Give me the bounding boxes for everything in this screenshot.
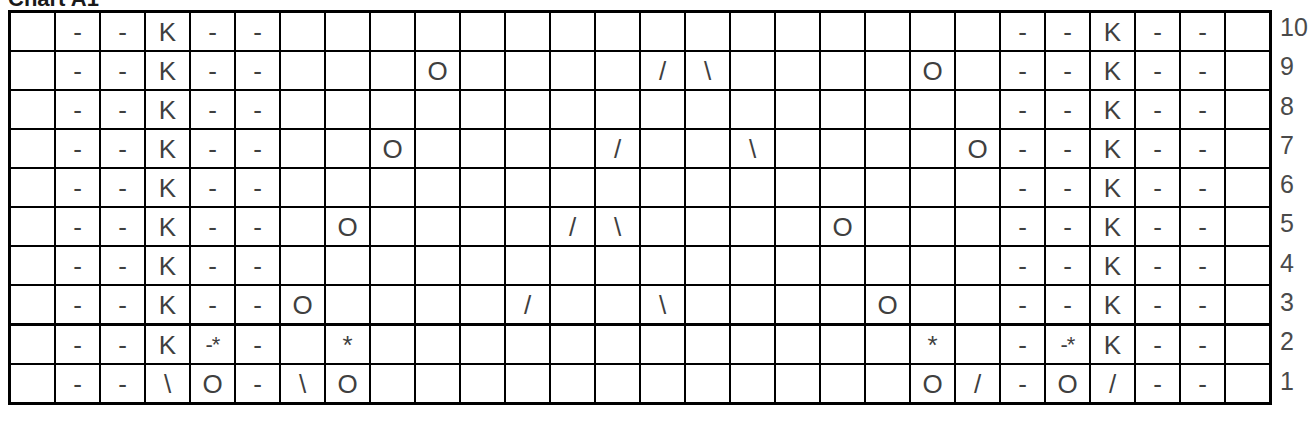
stitch-symbol-knit: K — [1104, 214, 1121, 240]
stitch-symbol-purl: - — [73, 97, 82, 123]
grid-cell — [911, 13, 954, 50]
row-number-label: 4 — [1280, 249, 1308, 288]
grid-cell — [371, 208, 414, 245]
grid-cell: - — [1181, 91, 1224, 128]
grid-cell: O — [1046, 365, 1089, 402]
grid-cell — [866, 208, 909, 245]
grid-cell: - — [1001, 247, 1044, 284]
stitch-symbol-right-decrease: / — [1109, 371, 1116, 397]
stitch-symbol-purl: - — [1018, 292, 1027, 318]
grid-cell — [731, 169, 774, 206]
stitch-symbol-purl: - — [253, 58, 262, 84]
grid-cell — [596, 13, 639, 50]
grid-cell — [911, 91, 954, 128]
grid-cell — [506, 130, 549, 167]
grid-cell — [551, 365, 594, 402]
stitch-symbol-purl: - — [253, 175, 262, 201]
grid-cell: - — [1001, 13, 1044, 50]
stitch-symbol-purl: - — [1198, 214, 1207, 240]
grid-cell — [11, 52, 54, 89]
stitch-symbol-purl: - — [1198, 136, 1207, 162]
grid-cell — [866, 169, 909, 206]
grid-cell: - — [1181, 326, 1224, 363]
stitch-symbol-purl: - — [1198, 292, 1207, 318]
stitch-symbol-purl: - — [118, 371, 127, 397]
grid-cell — [866, 52, 909, 89]
grid-cell — [416, 130, 459, 167]
grid-cell: - — [236, 169, 279, 206]
grid-cell — [1226, 326, 1269, 363]
row-number-label: 1 — [1280, 367, 1308, 406]
grid-cell: - — [56, 286, 99, 323]
grid-cell — [506, 208, 549, 245]
grid-cell — [641, 169, 684, 206]
stitch-symbol-purl: - — [208, 175, 217, 201]
stitch-symbol-yarn-over: O — [1057, 371, 1077, 397]
grid-cell — [506, 247, 549, 284]
grid-cell — [641, 326, 684, 363]
grid-cell: - — [1046, 169, 1089, 206]
grid-cell: - — [101, 130, 144, 167]
stitch-symbol-right-decrease: / — [524, 292, 531, 318]
stitch-symbol-left-decrease: \ — [749, 136, 756, 162]
stitch-symbol-yarn-over: O — [337, 214, 357, 240]
grid-cell — [326, 91, 369, 128]
grid-cell: - — [236, 286, 279, 323]
grid-cell — [371, 13, 414, 50]
grid-cell — [956, 286, 999, 323]
grid-cell: - — [191, 169, 234, 206]
stitch-symbol-purl: - — [118, 19, 127, 45]
grid-cell: - — [1001, 130, 1044, 167]
grid-cell: - — [1181, 52, 1224, 89]
grid-cell: - — [1181, 130, 1224, 167]
grid-cell: K — [1091, 247, 1134, 284]
grid-cell — [281, 130, 324, 167]
grid-cell: - — [236, 13, 279, 50]
grid-cell: \ — [596, 208, 639, 245]
grid-cell: - — [1181, 208, 1224, 245]
stitch-symbol-purl: - — [253, 19, 262, 45]
grid-cell: - — [191, 13, 234, 50]
stitch-symbol-purl: - — [253, 136, 262, 162]
stitch-symbol-purl: - — [1018, 97, 1027, 123]
grid-cell — [11, 169, 54, 206]
grid-cell — [506, 52, 549, 89]
grid-cell: - — [1046, 52, 1089, 89]
grid-cell: * — [326, 326, 369, 363]
row-number-label: 9 — [1280, 52, 1308, 91]
grid-cell: - — [101, 365, 144, 402]
grid-cell — [281, 208, 324, 245]
row-number-label: 10 — [1280, 13, 1308, 52]
grid-cell — [866, 91, 909, 128]
stitch-symbol-purl: - — [1198, 253, 1207, 279]
stitch-symbol-purl: - — [1198, 58, 1207, 84]
grid-cell — [686, 13, 729, 50]
grid-cell — [551, 286, 594, 323]
row-number-label: 3 — [1280, 288, 1308, 327]
grid-cell — [956, 91, 999, 128]
grid-cell: - — [1001, 52, 1044, 89]
grid-cell — [326, 286, 369, 323]
row-number-label: 5 — [1280, 209, 1308, 248]
stitch-symbol-purl: - — [1063, 175, 1072, 201]
stitch-symbol-right-decrease: / — [659, 58, 666, 84]
grid-cell: - — [101, 208, 144, 245]
stitch-symbol-yarn-over: O — [202, 371, 222, 397]
grid-cell — [956, 13, 999, 50]
grid-cell — [911, 247, 954, 284]
stitch-symbol-purl: - — [253, 253, 262, 279]
grid-cell: * — [911, 326, 954, 363]
grid-cell: K — [1091, 52, 1134, 89]
grid-cell: K — [146, 286, 189, 323]
grid-cell — [731, 326, 774, 363]
grid-cell — [821, 91, 864, 128]
grid-cell — [11, 91, 54, 128]
stitch-symbol-purl: - — [118, 175, 127, 201]
stitch-symbol-purl: - — [1018, 175, 1027, 201]
grid-cell: K — [1091, 286, 1134, 323]
grid-cell — [776, 52, 819, 89]
grid-cell — [866, 326, 909, 363]
grid-cell: - — [236, 208, 279, 245]
stitch-symbol-knit: K — [1104, 292, 1121, 318]
stitch-symbol-purl: - — [118, 332, 127, 358]
grid-cell — [911, 208, 954, 245]
stitch-symbol-purl: - — [1063, 136, 1072, 162]
grid-cell: - — [1046, 13, 1089, 50]
stitch-symbol-knit: K — [159, 332, 176, 358]
grid-cell: - — [1136, 130, 1179, 167]
grid-cell: O — [281, 286, 324, 323]
grid-cell — [326, 52, 369, 89]
grid-cell — [821, 169, 864, 206]
stitch-symbol-right-decrease: / — [569, 214, 576, 240]
row-number-label: 8 — [1280, 92, 1308, 131]
grid-cell — [596, 365, 639, 402]
grid-cell: - — [56, 13, 99, 50]
grid-cell: \ — [686, 52, 729, 89]
stitch-symbol-purl: - — [208, 19, 217, 45]
grid-cell — [956, 208, 999, 245]
stitch-symbol-purl: - — [1018, 214, 1027, 240]
grid-cell — [821, 286, 864, 323]
stitch-symbol-purl: - — [73, 253, 82, 279]
grid-cell — [461, 247, 504, 284]
grid-cell — [416, 91, 459, 128]
stitch-symbol-purl: - — [1153, 136, 1162, 162]
grid-cell — [371, 247, 414, 284]
grid-cell: / — [506, 286, 549, 323]
stitch-symbol-left-decrease: \ — [299, 371, 306, 397]
grid-cell: - — [101, 326, 144, 363]
grid-cell — [1226, 13, 1269, 50]
stitch-symbol-purl: - — [1153, 214, 1162, 240]
stitch-symbol-knit: K — [159, 58, 176, 84]
grid-cell — [776, 247, 819, 284]
stitch-symbol-purl: - — [1198, 371, 1207, 397]
grid-cell: - — [1046, 286, 1089, 323]
grid-cell: - — [56, 365, 99, 402]
stitch-symbol-purl: - — [208, 214, 217, 240]
grid-cell — [731, 208, 774, 245]
grid-cell: - — [1181, 13, 1224, 50]
grid-cell — [416, 247, 459, 284]
grid-cell — [911, 169, 954, 206]
stitch-symbol-purl: - — [1198, 19, 1207, 45]
grid-cell: O — [956, 130, 999, 167]
grid-cell — [866, 13, 909, 50]
stitch-symbol-purl: - — [1198, 175, 1207, 201]
grid-cell: - — [191, 91, 234, 128]
grid-cell — [956, 52, 999, 89]
grid-cell: - — [1136, 169, 1179, 206]
grid-cell — [326, 247, 369, 284]
stitch-symbol-purl: - — [208, 253, 217, 279]
grid-cell — [956, 247, 999, 284]
grid-cell: - — [56, 91, 99, 128]
grid-cell — [731, 52, 774, 89]
grid-cell: O — [866, 286, 909, 323]
grid-cell — [1226, 169, 1269, 206]
grid-cell — [506, 91, 549, 128]
grid-cell — [371, 91, 414, 128]
grid-cell: \ — [641, 286, 684, 323]
grid-cell — [416, 208, 459, 245]
grid-cell — [686, 91, 729, 128]
grid-cell — [371, 52, 414, 89]
stitch-symbol-purl: - — [253, 97, 262, 123]
grid-cell — [11, 247, 54, 284]
grid-cell — [596, 169, 639, 206]
grid-cell — [731, 91, 774, 128]
grid-cell: / — [1091, 365, 1134, 402]
grid-cell: - — [236, 365, 279, 402]
grid-cell: K — [1091, 13, 1134, 50]
grid-cell — [731, 247, 774, 284]
grid-cell — [686, 247, 729, 284]
grid-cell: - — [236, 326, 279, 363]
grid-cell: -* — [1046, 326, 1089, 363]
grid-cell: - — [236, 247, 279, 284]
stitch-symbol-purl: - — [118, 214, 127, 240]
grid-cell — [911, 130, 954, 167]
grid-cell: K — [146, 130, 189, 167]
grid-cell — [11, 13, 54, 50]
stitch-symbol-yarn-over: O — [922, 371, 942, 397]
grid-cell — [506, 326, 549, 363]
grid-cell — [11, 365, 54, 402]
grid-cell — [11, 208, 54, 245]
grid-cell: K — [146, 169, 189, 206]
grid-cell — [371, 365, 414, 402]
grid-cell: - — [101, 169, 144, 206]
grid-cell — [461, 169, 504, 206]
grid-cell — [461, 52, 504, 89]
grid-cell: O — [911, 365, 954, 402]
grid-cell — [1226, 208, 1269, 245]
stitch-symbol-left-decrease: \ — [164, 371, 171, 397]
grid-cell — [641, 13, 684, 50]
grid-cell: - — [101, 247, 144, 284]
stitch-symbol-purl: - — [253, 371, 262, 397]
grid-cell — [776, 208, 819, 245]
grid-cell — [281, 247, 324, 284]
grid-cell: - — [56, 169, 99, 206]
stitch-symbol-yarn-over: O — [427, 58, 447, 84]
grid-cell — [1226, 91, 1269, 128]
grid-cell: - — [1001, 365, 1044, 402]
grid-cell — [461, 208, 504, 245]
stitch-symbol-purl: - — [1198, 97, 1207, 123]
stitch-symbol-knit: K — [159, 214, 176, 240]
grid-cell: K — [1091, 91, 1134, 128]
grid-cell — [371, 286, 414, 323]
stitch-symbol-purl: - — [253, 214, 262, 240]
stitch-symbol-purl: - — [1153, 97, 1162, 123]
grid-cell — [821, 247, 864, 284]
grid-cell: - — [1046, 247, 1089, 284]
stitch-symbol-purl: - — [1018, 253, 1027, 279]
grid-cell — [731, 365, 774, 402]
stitch-symbol-purl: - — [118, 136, 127, 162]
grid-cell — [1226, 52, 1269, 89]
grid-cell: - — [236, 130, 279, 167]
stitch-symbol-purl: - — [73, 58, 82, 84]
grid-cell — [371, 169, 414, 206]
grid-cell — [371, 326, 414, 363]
grid-cell — [596, 326, 639, 363]
stitch-symbol-purl: - — [1063, 292, 1072, 318]
grid-cell — [776, 365, 819, 402]
stitch-symbol-purl: - — [118, 58, 127, 84]
stitch-symbol-left-decrease: \ — [614, 214, 621, 240]
grid-cell: K — [146, 52, 189, 89]
grid-cell — [461, 91, 504, 128]
grid-cell: - — [1136, 13, 1179, 50]
grid-cell: - — [1136, 365, 1179, 402]
stitch-symbol-purl: - — [1153, 58, 1162, 84]
grid-cell: - — [1046, 208, 1089, 245]
stitch-symbol-right-decrease: / — [614, 136, 621, 162]
stitch-symbol-purl: - — [1153, 371, 1162, 397]
grid-cell — [11, 326, 54, 363]
grid-cell: - — [191, 286, 234, 323]
grid-cell: K — [1091, 130, 1134, 167]
grid-cell — [1226, 286, 1269, 323]
grid-cell — [506, 169, 549, 206]
stitch-symbol-purl: - — [1018, 332, 1027, 358]
grid-cell — [281, 169, 324, 206]
grid-cell — [551, 13, 594, 50]
grid-cell — [1226, 130, 1269, 167]
grid-cell: - — [1136, 247, 1179, 284]
stitch-symbol-knit: K — [159, 97, 176, 123]
stitch-symbol-purl: - — [208, 58, 217, 84]
grid-cell — [776, 326, 819, 363]
grid-cell — [776, 91, 819, 128]
stitch-symbol-yarn-over: O — [967, 136, 987, 162]
grid-cell — [551, 52, 594, 89]
stitch-symbol-purl: - — [73, 19, 82, 45]
stitch-symbol-purl: - — [1018, 136, 1027, 162]
grid-cell: / — [641, 52, 684, 89]
stitch-symbol-purl: - — [208, 292, 217, 318]
grid-cell — [1226, 365, 1269, 402]
grid-cell: - — [1181, 247, 1224, 284]
stitch-symbol-purl: - — [1063, 214, 1072, 240]
grid-cell: -* — [191, 326, 234, 363]
grid-cell — [686, 208, 729, 245]
grid-cell: - — [1046, 130, 1089, 167]
grid-cell — [416, 13, 459, 50]
grid-cell: \ — [281, 365, 324, 402]
row-number-labels: 10987654321 — [1280, 13, 1308, 406]
stitch-symbol-knit: K — [159, 175, 176, 201]
grid-cell: K — [146, 326, 189, 363]
stitch-symbol-left-decrease: \ — [659, 292, 666, 318]
grid-cell: - — [236, 52, 279, 89]
stitch-symbol-yarn-over: O — [382, 136, 402, 162]
stitch-symbol-knit: K — [1104, 58, 1121, 84]
grid-cell: - — [1001, 169, 1044, 206]
stitch-symbol-knit: K — [159, 292, 176, 318]
grid-cell — [281, 52, 324, 89]
grid-cell: - — [191, 52, 234, 89]
grid-cell: \ — [731, 130, 774, 167]
grid-cell — [11, 286, 54, 323]
stitch-symbol-knit: K — [159, 253, 176, 279]
grid-cell: - — [1001, 208, 1044, 245]
stitch-symbol-right-decrease: / — [974, 371, 981, 397]
grid-cell: - — [1001, 286, 1044, 323]
stitch-symbol-purl: - — [1198, 332, 1207, 358]
grid-cell — [866, 247, 909, 284]
grid-cell — [641, 130, 684, 167]
stitch-symbol-yarn-over: O — [292, 292, 312, 318]
grid-cell: K — [146, 208, 189, 245]
grid-cell — [821, 130, 864, 167]
grid-cell: - — [56, 52, 99, 89]
stitch-symbol-knit: K — [1104, 136, 1121, 162]
stitch-symbol-knit: K — [1104, 253, 1121, 279]
stitch-symbol-knit: K — [1104, 19, 1121, 45]
stitch-symbol-purl: - — [1063, 58, 1072, 84]
grid-cell — [596, 52, 639, 89]
grid-cell: O — [821, 208, 864, 245]
grid-cell — [911, 286, 954, 323]
stitch-symbol-purl: - — [253, 332, 262, 358]
grid-cell — [326, 169, 369, 206]
grid-cell — [1226, 247, 1269, 284]
stitch-symbol-purl-star: -* — [206, 334, 220, 356]
grid-cell — [281, 91, 324, 128]
grid-cell — [326, 13, 369, 50]
stitch-symbol-purl: - — [118, 97, 127, 123]
grid-cell — [461, 326, 504, 363]
stitch-symbol-star: * — [342, 332, 352, 358]
grid-cell: O — [911, 52, 954, 89]
grid-cell — [551, 247, 594, 284]
grid-cell — [461, 286, 504, 323]
grid-cell — [551, 91, 594, 128]
grid-cell — [731, 13, 774, 50]
stitch-symbol-yarn-over: O — [832, 214, 852, 240]
stitch-symbol-purl: - — [253, 292, 262, 318]
grid-cell: - — [1181, 286, 1224, 323]
